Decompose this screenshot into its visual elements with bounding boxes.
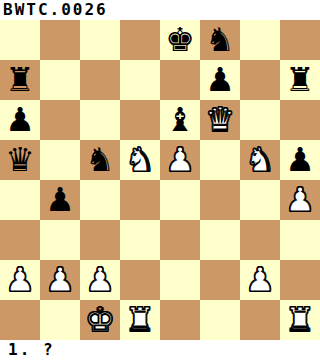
white-queen-icon: ♛ bbox=[205, 100, 235, 140]
square-b8[interactable] bbox=[40, 20, 80, 60]
square-g6[interactable] bbox=[240, 100, 280, 140]
square-e1[interactable] bbox=[160, 300, 200, 340]
white-knight-icon: ♞ bbox=[125, 140, 155, 180]
white-rook-icon: ♜ bbox=[285, 300, 315, 340]
square-f4[interactable] bbox=[200, 180, 240, 220]
square-h6[interactable] bbox=[280, 100, 320, 140]
black-pawn-icon: ♟ bbox=[45, 180, 75, 220]
white-pawn-icon: ♟ bbox=[245, 260, 275, 300]
black-rook-icon: ♜ bbox=[285, 60, 315, 100]
square-f6[interactable]: ♛ bbox=[200, 100, 240, 140]
square-d8[interactable] bbox=[120, 20, 160, 60]
square-g2[interactable]: ♟ bbox=[240, 260, 280, 300]
square-e6[interactable]: ♝ bbox=[160, 100, 200, 140]
square-d2[interactable] bbox=[120, 260, 160, 300]
square-d1[interactable]: ♜ bbox=[120, 300, 160, 340]
white-pawn-icon: ♟ bbox=[285, 180, 315, 220]
square-e2[interactable] bbox=[160, 260, 200, 300]
square-h7[interactable]: ♜ bbox=[280, 60, 320, 100]
black-pawn-icon: ♟ bbox=[285, 140, 315, 180]
square-c7[interactable] bbox=[80, 60, 120, 100]
white-pawn-icon: ♟ bbox=[165, 140, 195, 180]
white-pawn-icon: ♟ bbox=[5, 260, 35, 300]
square-c6[interactable] bbox=[80, 100, 120, 140]
square-b3[interactable] bbox=[40, 220, 80, 260]
black-bishop-icon: ♝ bbox=[165, 100, 195, 140]
square-c1[interactable]: ♚ bbox=[80, 300, 120, 340]
square-b5[interactable] bbox=[40, 140, 80, 180]
square-b7[interactable] bbox=[40, 60, 80, 100]
square-h1[interactable]: ♜ bbox=[280, 300, 320, 340]
white-king-icon: ♚ bbox=[85, 300, 115, 340]
chess-app-window: BWTC.0026 ♚♞♜♟♜♟♝♛♛♞♞♟♞♟♟♟♟♟♟♟♚♜♜ 1. ? bbox=[0, 0, 320, 360]
square-h5[interactable]: ♟ bbox=[280, 140, 320, 180]
square-f8[interactable]: ♞ bbox=[200, 20, 240, 60]
black-pawn-icon: ♟ bbox=[205, 60, 235, 100]
square-a7[interactable]: ♜ bbox=[0, 60, 40, 100]
square-d5[interactable]: ♞ bbox=[120, 140, 160, 180]
black-rook-icon: ♜ bbox=[5, 60, 35, 100]
square-a5[interactable]: ♛ bbox=[0, 140, 40, 180]
square-h8[interactable] bbox=[280, 20, 320, 60]
square-c3[interactable] bbox=[80, 220, 120, 260]
white-knight-icon: ♞ bbox=[245, 140, 275, 180]
square-a4[interactable] bbox=[0, 180, 40, 220]
square-c4[interactable] bbox=[80, 180, 120, 220]
square-c2[interactable]: ♟ bbox=[80, 260, 120, 300]
square-b4[interactable]: ♟ bbox=[40, 180, 80, 220]
square-f5[interactable] bbox=[200, 140, 240, 180]
move-prompt: 1. ? bbox=[0, 340, 320, 360]
square-e8[interactable]: ♚ bbox=[160, 20, 200, 60]
square-h3[interactable] bbox=[280, 220, 320, 260]
square-a2[interactable]: ♟ bbox=[0, 260, 40, 300]
square-b6[interactable] bbox=[40, 100, 80, 140]
square-d3[interactable] bbox=[120, 220, 160, 260]
square-a8[interactable] bbox=[0, 20, 40, 60]
square-f1[interactable] bbox=[200, 300, 240, 340]
square-f2[interactable] bbox=[200, 260, 240, 300]
square-g1[interactable] bbox=[240, 300, 280, 340]
white-pawn-icon: ♟ bbox=[45, 260, 75, 300]
white-rook-icon: ♜ bbox=[125, 300, 155, 340]
square-c5[interactable]: ♞ bbox=[80, 140, 120, 180]
square-d6[interactable] bbox=[120, 100, 160, 140]
square-d7[interactable] bbox=[120, 60, 160, 100]
square-f7[interactable]: ♟ bbox=[200, 60, 240, 100]
square-g5[interactable]: ♞ bbox=[240, 140, 280, 180]
square-g4[interactable] bbox=[240, 180, 280, 220]
square-b2[interactable]: ♟ bbox=[40, 260, 80, 300]
white-pawn-icon: ♟ bbox=[85, 260, 115, 300]
square-g8[interactable] bbox=[240, 20, 280, 60]
puzzle-title: BWTC.0026 bbox=[0, 0, 320, 20]
square-d4[interactable] bbox=[120, 180, 160, 220]
square-a1[interactable] bbox=[0, 300, 40, 340]
square-e5[interactable]: ♟ bbox=[160, 140, 200, 180]
square-f3[interactable] bbox=[200, 220, 240, 260]
square-a3[interactable] bbox=[0, 220, 40, 260]
black-queen-icon: ♛ bbox=[5, 140, 35, 180]
square-e7[interactable] bbox=[160, 60, 200, 100]
chess-board: ♚♞♜♟♜♟♝♛♛♞♞♟♞♟♟♟♟♟♟♟♚♜♜ bbox=[0, 20, 320, 340]
square-e4[interactable] bbox=[160, 180, 200, 220]
square-g3[interactable] bbox=[240, 220, 280, 260]
square-h2[interactable] bbox=[280, 260, 320, 300]
square-a6[interactable]: ♟ bbox=[0, 100, 40, 140]
black-pawn-icon: ♟ bbox=[5, 100, 35, 140]
square-e3[interactable] bbox=[160, 220, 200, 260]
square-g7[interactable] bbox=[240, 60, 280, 100]
square-c8[interactable] bbox=[80, 20, 120, 60]
square-h4[interactable]: ♟ bbox=[280, 180, 320, 220]
black-knight-icon: ♞ bbox=[85, 140, 115, 180]
black-king-icon: ♚ bbox=[165, 20, 195, 60]
black-knight-icon: ♞ bbox=[205, 20, 235, 60]
square-b1[interactable] bbox=[40, 300, 80, 340]
